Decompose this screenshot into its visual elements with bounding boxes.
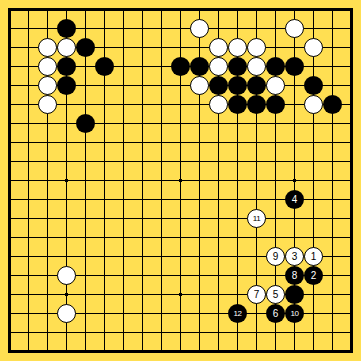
board-cell [228,95,247,114]
black-stone-move-4: 4 [285,190,304,209]
board-cell [304,38,323,57]
white-stone [57,304,76,323]
go-board[interactable]: 411931827512610 [0,0,361,361]
board-cell [228,57,247,76]
white-stone [38,38,57,57]
white-stone-move-11: 11 [247,209,266,228]
move-number: 11 [253,215,260,223]
board-cell [57,19,76,38]
black-stone [190,57,209,76]
board-cell [190,57,209,76]
black-stone [266,95,285,114]
black-stone-move-6: 6 [266,304,285,323]
white-stone [304,95,323,114]
board-cell [323,95,342,114]
white-stone [38,76,57,95]
board-cell [285,19,304,38]
white-stone [247,57,266,76]
white-stone [190,76,209,95]
board-cell [209,95,228,114]
white-stone-move-9: 9 [266,247,285,266]
board-cell: 4 [285,190,304,209]
board-cell: 11 [247,209,266,228]
board-cell [38,76,57,95]
white-stone [228,38,247,57]
move-number: 8 [292,271,298,281]
white-stone [209,57,228,76]
board-cell [228,76,247,95]
board-cell: 9 [266,247,285,266]
board-cell [38,38,57,57]
board-cell [190,19,209,38]
board-cell [209,57,228,76]
board-cell: 5 [266,285,285,304]
board-cell [95,57,114,76]
white-stone [304,38,323,57]
move-number: 5 [273,290,279,300]
board-cell [247,95,266,114]
board-cell [285,285,304,304]
move-number: 9 [273,252,279,262]
white-stone [38,57,57,76]
board-cell: 3 [285,247,304,266]
white-stone [247,38,266,57]
board-cell [57,304,76,323]
board-cell [171,57,190,76]
board-cell [266,95,285,114]
white-stone-move-3: 3 [285,247,304,266]
white-stone-move-5: 5 [266,285,285,304]
white-stone-move-7: 7 [247,285,266,304]
board-cell [57,38,76,57]
black-stone [247,95,266,114]
board-cell [209,76,228,95]
black-stone [228,76,247,95]
black-stone [266,57,285,76]
board-cell: 10 [285,304,304,323]
white-stone-move-1: 1 [304,247,323,266]
move-number: 10 [291,310,299,318]
white-stone [266,76,285,95]
board-cell [247,76,266,95]
board-cell [304,76,323,95]
black-stone [228,57,247,76]
board-cell [76,114,95,133]
black-stone [76,114,95,133]
black-stone [57,19,76,38]
board-cell [304,95,323,114]
black-stone [285,285,304,304]
board-cell [285,57,304,76]
board-cell: 7 [247,285,266,304]
black-stone [228,95,247,114]
black-stone-move-12: 12 [228,304,247,323]
move-number: 6 [273,309,279,319]
black-stone [209,76,228,95]
move-number: 3 [292,252,298,262]
board-cell: 2 [304,266,323,285]
board-cell: 6 [266,304,285,323]
black-stone [247,76,266,95]
board-cell [247,38,266,57]
board-cell [38,57,57,76]
board-cell: 8 [285,266,304,285]
black-stone [76,38,95,57]
board-cell: 12 [228,304,247,323]
white-stone [57,38,76,57]
board-cell [266,57,285,76]
board-cell [76,38,95,57]
black-stone [95,57,114,76]
board-cell [266,76,285,95]
board-cell [57,266,76,285]
board-cell [247,57,266,76]
board-cell [57,76,76,95]
board-cell [38,95,57,114]
black-stone [323,95,342,114]
black-stone-move-10: 10 [285,304,304,323]
move-number: 2 [311,271,317,281]
white-stone [57,266,76,285]
stones-layer: 411931827512610 [0,0,361,361]
move-number: 12 [234,310,242,318]
black-stone [57,76,76,95]
black-stone [285,57,304,76]
white-stone [285,19,304,38]
board-cell [209,38,228,57]
board-cell [190,76,209,95]
move-number: 1 [311,252,317,262]
board-cell [228,38,247,57]
move-number: 7 [254,290,260,300]
white-stone [190,19,209,38]
white-stone [38,95,57,114]
black-stone [57,57,76,76]
black-stone [171,57,190,76]
black-stone [304,76,323,95]
black-stone-move-2: 2 [304,266,323,285]
move-number: 4 [292,195,298,205]
board-cell [57,57,76,76]
black-stone-move-8: 8 [285,266,304,285]
board-cell: 1 [304,247,323,266]
white-stone [209,38,228,57]
white-stone [209,95,228,114]
